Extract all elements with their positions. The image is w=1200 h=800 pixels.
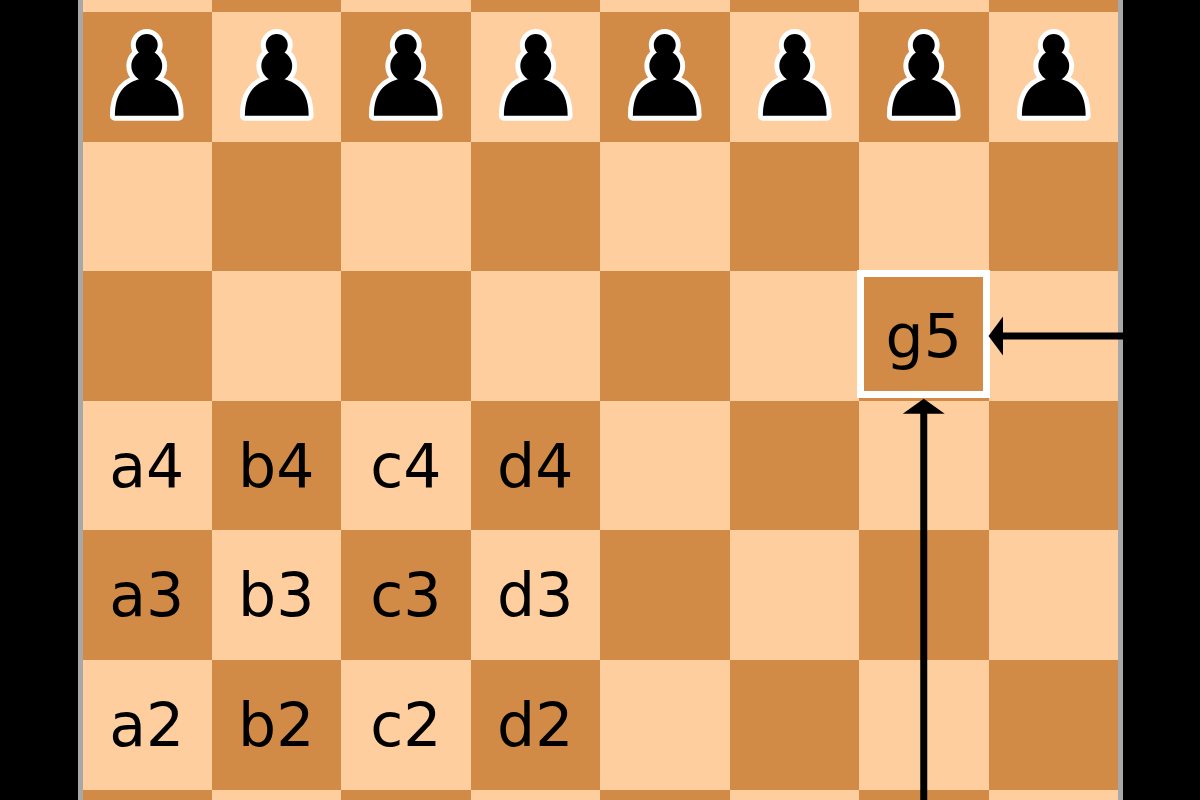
square-h2 xyxy=(989,660,1119,790)
square-c7 xyxy=(341,12,471,142)
square-label-a4: a4 xyxy=(109,436,184,496)
square-b2: b2 xyxy=(212,660,342,790)
square-c4: c4 xyxy=(341,401,471,531)
square-f6 xyxy=(730,142,860,272)
square-label-a2: a2 xyxy=(109,695,184,755)
square-a7 xyxy=(82,12,212,142)
square-d5 xyxy=(471,271,601,401)
square-a6 xyxy=(82,142,212,272)
square-f8 xyxy=(730,0,860,12)
square-f7 xyxy=(730,12,860,142)
square-label-b4: b4 xyxy=(238,436,314,496)
black-pawn-icon xyxy=(341,12,471,142)
square-g4 xyxy=(859,401,989,531)
square-label-b3: b3 xyxy=(238,565,314,625)
black-pawn-icon xyxy=(471,12,601,142)
square-label-c4: c4 xyxy=(370,436,441,496)
square-c1 xyxy=(341,790,471,800)
square-h5 xyxy=(989,271,1119,401)
black-pawn-icon xyxy=(730,12,860,142)
square-g8 xyxy=(859,0,989,12)
square-c6 xyxy=(341,142,471,272)
square-h8 xyxy=(989,0,1119,12)
square-e1 xyxy=(600,790,730,800)
square-e4 xyxy=(600,401,730,531)
square-b3: b3 xyxy=(212,530,342,660)
square-a4: a4 xyxy=(82,401,212,531)
square-h4 xyxy=(989,401,1119,531)
square-label-d2: d2 xyxy=(497,695,573,755)
square-e6 xyxy=(600,142,730,272)
square-b6 xyxy=(212,142,342,272)
square-a8 xyxy=(82,0,212,12)
square-e3 xyxy=(600,530,730,660)
square-d2: d2 xyxy=(471,660,601,790)
square-d4: d4 xyxy=(471,401,601,531)
square-g3 xyxy=(859,530,989,660)
square-a2: a2 xyxy=(82,660,212,790)
black-pawn-icon xyxy=(600,12,730,142)
square-d6 xyxy=(471,142,601,272)
square-g6 xyxy=(859,142,989,272)
square-b7 xyxy=(212,12,342,142)
square-c5 xyxy=(341,271,471,401)
square-c3: c3 xyxy=(341,530,471,660)
square-d8 xyxy=(471,0,601,12)
square-h3 xyxy=(989,530,1119,660)
square-b4: b4 xyxy=(212,401,342,531)
square-h6 xyxy=(989,142,1119,272)
square-c8 xyxy=(341,0,471,12)
square-d1 xyxy=(471,790,601,800)
chessboard: g5a4b4c4d4a3b3c3d3a2b2c2d2 xyxy=(82,0,1118,800)
square-label-d4: d4 xyxy=(497,436,573,496)
square-g1 xyxy=(859,790,989,800)
square-d7 xyxy=(471,12,601,142)
square-b5 xyxy=(212,271,342,401)
square-e7 xyxy=(600,12,730,142)
chess-notation-diagram: g5a4b4c4d4a3b3c3d3a2b2c2d2 xyxy=(0,0,1200,800)
black-pawn-icon xyxy=(859,12,989,142)
black-pawn-icon xyxy=(989,12,1119,142)
highlight-frame xyxy=(857,270,990,398)
square-f1 xyxy=(730,790,860,800)
square-f4 xyxy=(730,401,860,531)
square-a1 xyxy=(82,790,212,800)
square-a5 xyxy=(82,271,212,401)
square-b1 xyxy=(212,790,342,800)
square-d3: d3 xyxy=(471,530,601,660)
square-g2 xyxy=(859,660,989,790)
square-label-b2: b2 xyxy=(238,695,314,755)
square-h7 xyxy=(989,12,1119,142)
board-edge-right xyxy=(1118,0,1123,800)
square-label-a3: a3 xyxy=(109,565,184,625)
black-pawn-icon xyxy=(82,12,212,142)
black-pawn-icon xyxy=(212,12,342,142)
board-edge-left xyxy=(78,0,83,800)
square-label-d3: d3 xyxy=(497,565,573,625)
square-b8 xyxy=(212,0,342,12)
square-label-c3: c3 xyxy=(370,565,441,625)
square-e5 xyxy=(600,271,730,401)
square-f3 xyxy=(730,530,860,660)
square-a3: a3 xyxy=(82,530,212,660)
square-h1 xyxy=(989,790,1119,800)
square-e2 xyxy=(600,660,730,790)
square-c2: c2 xyxy=(341,660,471,790)
square-f5 xyxy=(730,271,860,401)
square-g7 xyxy=(859,12,989,142)
square-f2 xyxy=(730,660,860,790)
square-label-c2: c2 xyxy=(370,695,441,755)
square-e8 xyxy=(600,0,730,12)
